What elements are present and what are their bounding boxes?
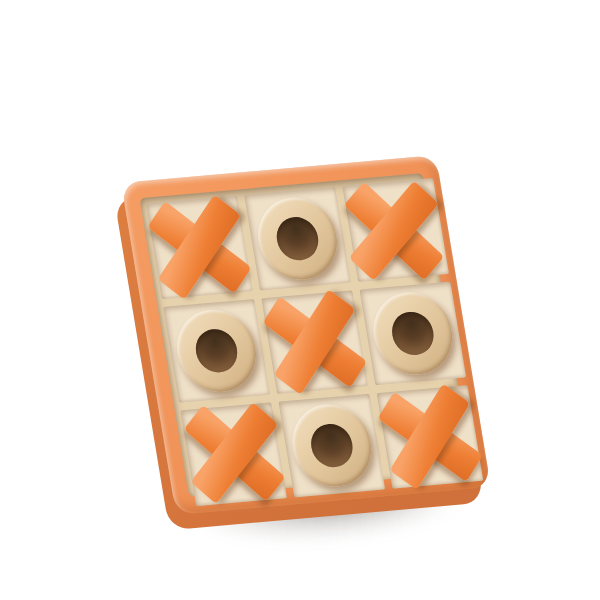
x-piece	[259, 288, 369, 396]
board-tray	[139, 173, 472, 497]
cell-r2c3[interactable]	[360, 282, 467, 386]
o-piece-hole	[274, 216, 322, 262]
x-piece	[374, 382, 486, 492]
cell-r3c2[interactable]	[279, 394, 386, 498]
cell-r1c1[interactable]	[146, 196, 253, 300]
cell-r3c3[interactable]	[377, 385, 484, 489]
tictactoe-board	[121, 155, 491, 515]
board-grid	[146, 179, 466, 490]
product-photo-scene	[0, 0, 600, 600]
o-piece-hole	[389, 310, 437, 356]
cell-r3c1[interactable]	[180, 402, 287, 506]
x-piece	[183, 403, 287, 504]
o-piece	[367, 289, 458, 378]
cell-r2c1[interactable]	[163, 299, 270, 403]
o-piece	[286, 401, 377, 490]
cell-r1c3[interactable]	[342, 178, 449, 282]
x-piece	[343, 182, 444, 279]
cell-r2c2[interactable]	[261, 290, 368, 394]
o-piece-hole	[308, 422, 356, 468]
board-frame	[121, 155, 491, 515]
o-piece	[252, 194, 343, 283]
o-piece-hole	[193, 328, 241, 374]
x-piece	[145, 194, 254, 301]
cell-r1c2[interactable]	[244, 187, 351, 291]
o-piece	[171, 306, 262, 395]
